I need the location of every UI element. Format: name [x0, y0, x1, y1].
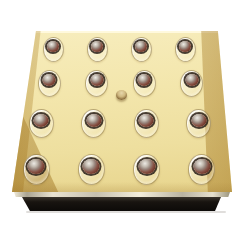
bulb-reflector-ball: [47, 41, 59, 52]
bulb-r1-c1: [43, 37, 64, 62]
bulb-reflector-ball: [91, 41, 103, 52]
bulb-r4-c1: [23, 154, 50, 185]
center-knob: [116, 90, 127, 100]
bulb-r4-c4: [188, 154, 215, 185]
brass-plate: [12, 31, 232, 192]
bulb-reflector-ball: [28, 159, 45, 174]
bulb-r2-c1: [38, 70, 61, 97]
bulb-r2-c4: [180, 70, 203, 97]
bulb-reflector-ball: [34, 114, 49, 127]
bulb-reflector-ball: [138, 159, 155, 174]
bulb-reflector-ball: [191, 114, 206, 127]
bulb-reflector-ball: [139, 114, 154, 127]
black-base: [22, 197, 221, 211]
floor-shadow: [26, 211, 226, 213]
bulb-row-3: [29, 109, 212, 136]
bulb-reflector-ball: [185, 74, 198, 86]
bulb-r1-c3: [131, 37, 152, 62]
product-photo: [0, 0, 240, 240]
bulb-reflector-ball: [138, 74, 151, 86]
bulb-r2-c2: [85, 70, 108, 97]
bulb-reflector-ball: [43, 74, 56, 86]
bulb-r3-c1: [29, 109, 54, 138]
bulb-row-1: [43, 37, 196, 60]
bulb-r1-c2: [87, 37, 108, 62]
bulb-r4-c2: [78, 154, 105, 185]
bulb-r3-c4: [186, 109, 211, 138]
bulb-row-4: [23, 154, 216, 183]
bulb-reflector-ball: [83, 159, 100, 174]
bulb-r3-c3: [134, 109, 159, 138]
bulb-r4-c3: [133, 154, 160, 185]
bulb-reflector-ball: [193, 159, 210, 174]
bulb-reflector-ball: [135, 41, 147, 52]
bulb-r1-c4: [175, 37, 196, 62]
bulb-reflector-ball: [90, 74, 103, 86]
bulb-r2-c3: [133, 70, 156, 97]
plate-top-bevel: [34, 31, 219, 33]
bulb-reflector-ball: [86, 114, 101, 127]
bulb-r3-c2: [81, 109, 106, 138]
trim-strip: [14, 192, 230, 197]
bulb-reflector-ball: [179, 41, 191, 52]
